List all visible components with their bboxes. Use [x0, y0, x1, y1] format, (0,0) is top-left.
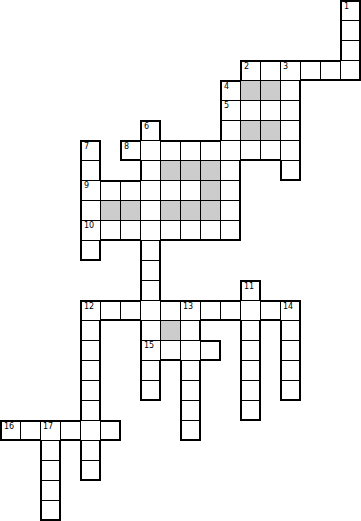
letter-cell[interactable]	[160, 300, 181, 321]
letter-cell[interactable]	[100, 180, 121, 201]
letter-cell[interactable]: 10	[80, 220, 101, 241]
solution-letter-cell[interactable]	[180, 200, 201, 221]
letter-cell[interactable]	[280, 360, 301, 381]
solution-letter-cell[interactable]	[200, 200, 221, 221]
letter-cell[interactable]	[240, 380, 261, 401]
letter-cell[interactable]: 6	[140, 120, 161, 141]
clue-number: 2	[244, 62, 249, 71]
letter-cell[interactable]	[120, 180, 141, 201]
letter-cell[interactable]	[180, 360, 201, 381]
letter-cell[interactable]	[220, 180, 241, 201]
letter-cell[interactable]	[80, 240, 101, 261]
solution-letter-cell[interactable]	[240, 120, 261, 141]
letter-cell[interactable]: 1	[340, 0, 361, 21]
solution-letter-cell[interactable]	[200, 180, 221, 201]
letter-cell[interactable]	[200, 140, 221, 161]
letter-cell[interactable]	[180, 400, 201, 421]
letter-cell[interactable]	[240, 140, 261, 161]
letter-cell[interactable]	[260, 60, 281, 81]
letter-cell[interactable]: 12	[80, 300, 101, 321]
clue-number: 4	[224, 82, 229, 91]
letter-cell[interactable]: 17	[40, 420, 61, 441]
letter-cell[interactable]	[280, 380, 301, 401]
letter-cell[interactable]	[240, 400, 261, 421]
letter-cell[interactable]	[180, 180, 201, 201]
letter-cell[interactable]	[340, 60, 361, 81]
letter-cell[interactable]	[140, 200, 161, 221]
letter-cell[interactable]	[340, 40, 361, 61]
clue-number: 12	[84, 302, 94, 311]
letter-cell[interactable]: 5	[220, 100, 241, 121]
letter-cell[interactable]	[100, 220, 121, 241]
letter-cell[interactable]: 8	[120, 140, 141, 161]
letter-cell[interactable]	[160, 180, 181, 201]
letter-cell[interactable]	[80, 160, 101, 181]
letter-cell[interactable]	[280, 340, 301, 361]
letter-cell[interactable]	[180, 140, 201, 161]
letter-cell[interactable]	[80, 460, 101, 481]
letter-cell[interactable]	[180, 220, 201, 241]
letter-cell[interactable]	[80, 380, 101, 401]
letter-cell[interactable]	[40, 440, 61, 461]
letter-cell[interactable]	[160, 140, 181, 161]
letter-cell[interactable]: 13	[180, 300, 201, 321]
clue-number: 1	[344, 2, 349, 11]
solution-letter-cell[interactable]	[260, 80, 281, 101]
letter-cell[interactable]	[40, 460, 61, 481]
letter-cell[interactable]: 2	[240, 60, 261, 81]
letter-cell[interactable]	[20, 420, 41, 441]
clue-number: 3	[283, 62, 288, 71]
letter-cell[interactable]	[180, 380, 201, 401]
letter-cell[interactable]	[260, 300, 281, 321]
letter-cell[interactable]	[340, 20, 361, 41]
letter-cell[interactable]	[140, 140, 161, 161]
letter-cell[interactable]	[240, 340, 261, 361]
letter-cell[interactable]	[120, 300, 141, 321]
letter-cell[interactable]	[300, 60, 321, 81]
clue-number: 8	[124, 142, 129, 151]
letter-cell[interactable]	[280, 160, 301, 181]
letter-cell[interactable]	[120, 220, 141, 241]
letter-cell[interactable]	[280, 80, 301, 101]
letter-cell[interactable]	[140, 380, 161, 401]
letter-cell[interactable]	[200, 340, 221, 361]
letter-cell[interactable]	[240, 320, 261, 341]
letter-cell[interactable]	[260, 100, 281, 121]
letter-cell[interactable]: 11	[240, 280, 261, 301]
letter-cell[interactable]	[140, 300, 161, 321]
solution-letter-cell[interactable]	[260, 120, 281, 141]
clue-number: 15	[144, 341, 154, 350]
letter-cell[interactable]	[100, 300, 121, 321]
solution-letter-cell[interactable]	[160, 200, 181, 221]
solution-letter-cell[interactable]	[180, 160, 201, 181]
clue-number: 6	[144, 122, 149, 131]
solution-letter-cell[interactable]	[200, 160, 221, 181]
letter-cell[interactable]	[60, 420, 81, 441]
letter-cell[interactable]	[140, 320, 161, 341]
clue-number: 10	[84, 221, 94, 230]
clue-number: 5	[224, 101, 229, 110]
letter-cell[interactable]	[280, 120, 301, 141]
clue-number: 7	[84, 142, 89, 151]
solution-letter-cell[interactable]	[160, 320, 181, 341]
letter-cell[interactable]: 9	[80, 180, 101, 201]
letter-cell[interactable]	[220, 300, 241, 321]
letter-cell[interactable]: 15	[140, 340, 161, 361]
letter-cell[interactable]	[140, 240, 161, 261]
letter-cell[interactable]	[80, 420, 101, 441]
letter-cell[interactable]: 14	[280, 300, 301, 321]
clue-number: 9	[84, 181, 89, 190]
letter-cell[interactable]	[140, 280, 161, 301]
letter-cell[interactable]	[260, 140, 281, 161]
letter-cell[interactable]	[140, 260, 161, 281]
letter-cell[interactable]	[160, 220, 181, 241]
letter-cell[interactable]	[80, 340, 101, 361]
letter-cell[interactable]	[280, 140, 301, 161]
clue-number: 17	[43, 422, 53, 431]
letter-cell[interactable]	[240, 360, 261, 381]
letter-cell[interactable]	[80, 360, 101, 381]
letter-cell[interactable]: 3	[280, 60, 301, 81]
letter-cell[interactable]: 7	[80, 140, 101, 161]
letter-cell[interactable]: 4	[220, 80, 241, 101]
solution-letter-cell[interactable]	[240, 80, 261, 101]
letter-cell[interactable]	[280, 320, 301, 341]
clue-number: 11	[244, 282, 254, 291]
letter-cell[interactable]	[140, 160, 161, 181]
letter-cell[interactable]	[220, 140, 241, 161]
crossword-grid: 1234567891011121314151617	[0, 0, 361, 521]
letter-cell[interactable]	[80, 440, 101, 461]
letter-cell[interactable]	[180, 420, 201, 441]
clue-number: 14	[283, 302, 293, 311]
letter-cell[interactable]: 16	[0, 420, 21, 441]
letter-cell[interactable]	[240, 100, 261, 121]
letter-cell[interactable]	[220, 160, 241, 181]
letter-cell[interactable]	[80, 400, 101, 421]
letter-cell[interactable]	[160, 340, 181, 361]
solution-letter-cell[interactable]	[160, 160, 181, 181]
letter-cell[interactable]	[140, 180, 161, 201]
letter-cell[interactable]	[80, 320, 101, 341]
letter-cell[interactable]	[40, 500, 61, 521]
clue-number: 16	[4, 422, 14, 431]
solution-letter-cell[interactable]	[100, 200, 121, 221]
letter-cell[interactable]	[240, 300, 261, 321]
letter-cell[interactable]	[140, 360, 161, 381]
letter-cell[interactable]	[200, 300, 221, 321]
letter-cell[interactable]	[180, 320, 201, 341]
letter-cell[interactable]	[220, 120, 241, 141]
letter-cell[interactable]	[200, 220, 221, 241]
letter-cell[interactable]	[140, 220, 161, 241]
letter-cell[interactable]	[80, 200, 101, 221]
letter-cell[interactable]	[320, 60, 341, 81]
letter-cell[interactable]	[280, 100, 301, 121]
solution-letter-cell[interactable]	[120, 200, 141, 221]
clue-number: 13	[183, 302, 193, 311]
letter-cell[interactable]	[220, 200, 241, 221]
letter-cell[interactable]	[40, 480, 61, 501]
letter-cell[interactable]	[100, 420, 121, 441]
letter-cell[interactable]	[220, 220, 241, 241]
letter-cell[interactable]	[180, 340, 201, 361]
